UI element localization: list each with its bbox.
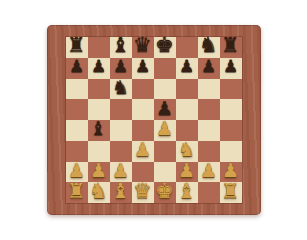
square-e4[interactable]: ♟ <box>154 120 176 141</box>
square-h5[interactable] <box>220 99 242 120</box>
square-f1[interactable]: ♝ <box>176 182 198 203</box>
black-pawn-c7: ♟ <box>113 58 128 75</box>
white-pawn-g2: ♟ <box>200 161 217 180</box>
white-pawn-c2: ♟ <box>112 161 129 180</box>
square-h4[interactable] <box>220 120 242 141</box>
square-b7[interactable]: ♟ <box>88 58 110 79</box>
square-a1[interactable]: ♜ <box>66 182 88 203</box>
black-knight-c6: ♞ <box>112 78 129 97</box>
square-d2[interactable] <box>132 162 154 183</box>
white-queen-d1: ♛ <box>133 180 152 201</box>
square-h2[interactable]: ♟ <box>220 162 242 183</box>
photo-background: ♜♝♛♚♞♜♟♟♟♟♟♟♟♞♟♝♟♟♞♟♟♟♟♟♟♜♞♝♛♚♝♜ <box>0 0 307 240</box>
white-knight-b1: ♞ <box>89 180 108 201</box>
square-e6[interactable] <box>154 79 176 100</box>
square-e1[interactable]: ♚ <box>154 182 176 203</box>
square-h8[interactable]: ♜ <box>220 37 242 58</box>
square-e5[interactable]: ♟ <box>154 99 176 120</box>
white-pawn-d3: ♟ <box>134 140 151 159</box>
square-a8[interactable]: ♜ <box>66 37 88 58</box>
square-d5[interactable] <box>132 99 154 120</box>
square-a5[interactable] <box>66 99 88 120</box>
square-g1[interactable] <box>198 182 220 203</box>
square-g5[interactable] <box>198 99 220 120</box>
square-d3[interactable]: ♟ <box>132 141 154 162</box>
square-h3[interactable] <box>220 141 242 162</box>
black-bishop-b4: ♝ <box>90 119 107 138</box>
square-f4[interactable] <box>176 120 198 141</box>
square-a2[interactable]: ♟ <box>66 162 88 183</box>
square-g8[interactable]: ♞ <box>198 37 220 58</box>
square-b6[interactable] <box>88 79 110 100</box>
square-a6[interactable] <box>66 79 88 100</box>
white-pawn-f2: ♟ <box>178 161 195 180</box>
square-b1[interactable]: ♞ <box>88 182 110 203</box>
black-pawn-e5: ♟ <box>156 99 173 118</box>
square-b8[interactable] <box>88 37 110 58</box>
square-c2[interactable]: ♟ <box>110 162 132 183</box>
white-pawn-a2: ♟ <box>68 161 85 180</box>
square-d7[interactable]: ♟ <box>132 58 154 79</box>
black-pawn-b7: ♟ <box>91 58 106 75</box>
white-rook-a1: ♜ <box>67 180 86 201</box>
square-f2[interactable]: ♟ <box>176 162 198 183</box>
square-e7[interactable] <box>154 58 176 79</box>
square-f5[interactable] <box>176 99 198 120</box>
square-d1[interactable]: ♛ <box>132 182 154 203</box>
square-f6[interactable] <box>176 79 198 100</box>
square-e3[interactable] <box>154 141 176 162</box>
black-pawn-a7: ♟ <box>69 58 84 75</box>
square-c4[interactable] <box>110 120 132 141</box>
square-a4[interactable] <box>66 120 88 141</box>
square-b2[interactable]: ♟ <box>88 162 110 183</box>
square-c5[interactable] <box>110 99 132 120</box>
square-f3[interactable]: ♞ <box>176 141 198 162</box>
chess-board: ♜♝♛♚♞♜♟♟♟♟♟♟♟♞♟♝♟♟♞♟♟♟♟♟♟♜♞♝♛♚♝♜ <box>47 25 261 215</box>
square-f8[interactable] <box>176 37 198 58</box>
white-rook-h1: ♜ <box>221 180 240 201</box>
square-g4[interactable] <box>198 120 220 141</box>
white-knight-f3: ♞ <box>178 140 195 159</box>
square-c3[interactable] <box>110 141 132 162</box>
square-b3[interactable] <box>88 141 110 162</box>
square-g7[interactable]: ♟ <box>198 58 220 79</box>
square-e8[interactable]: ♚ <box>154 37 176 58</box>
white-pawn-e4: ♟ <box>156 119 173 138</box>
square-h7[interactable]: ♟ <box>220 58 242 79</box>
white-bishop-c1: ♝ <box>111 180 130 201</box>
square-h1[interactable]: ♜ <box>220 182 242 203</box>
square-c7[interactable]: ♟ <box>110 58 132 79</box>
white-pawn-h2: ♟ <box>222 161 239 180</box>
square-c1[interactable]: ♝ <box>110 182 132 203</box>
black-pawn-f7: ♟ <box>179 58 194 75</box>
square-h6[interactable] <box>220 79 242 100</box>
square-d4[interactable] <box>132 120 154 141</box>
square-e2[interactable] <box>154 162 176 183</box>
square-c8[interactable]: ♝ <box>110 37 132 58</box>
white-king-e1: ♚ <box>155 180 174 201</box>
black-knight-g8: ♞ <box>199 35 218 56</box>
square-a3[interactable] <box>66 141 88 162</box>
white-bishop-f1: ♝ <box>177 180 196 201</box>
square-g3[interactable] <box>198 141 220 162</box>
square-c6[interactable]: ♞ <box>110 79 132 100</box>
square-f7[interactable]: ♟ <box>176 58 198 79</box>
square-b4[interactable]: ♝ <box>88 120 110 141</box>
square-a7[interactable]: ♟ <box>66 58 88 79</box>
square-b5[interactable] <box>88 99 110 120</box>
square-g6[interactable] <box>198 79 220 100</box>
black-king-e8: ♚ <box>155 35 174 56</box>
black-bishop-c8: ♝ <box>111 35 130 56</box>
board-grid: ♜♝♛♚♞♜♟♟♟♟♟♟♟♞♟♝♟♟♞♟♟♟♟♟♟♜♞♝♛♚♝♜ <box>66 37 242 203</box>
black-pawn-h7: ♟ <box>223 58 238 75</box>
white-pawn-b2: ♟ <box>90 161 107 180</box>
square-d8[interactable]: ♛ <box>132 37 154 58</box>
black-queen-d8: ♛ <box>133 35 152 56</box>
square-g2[interactable]: ♟ <box>198 162 220 183</box>
black-rook-a8: ♜ <box>67 35 86 56</box>
black-pawn-d7: ♟ <box>135 58 150 75</box>
black-pawn-g7: ♟ <box>201 58 216 75</box>
black-rook-h8: ♜ <box>221 35 240 56</box>
square-d6[interactable] <box>132 79 154 100</box>
